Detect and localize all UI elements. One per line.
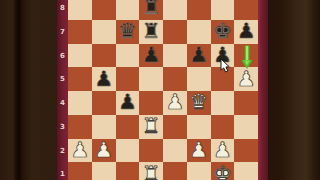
square-a5[interactable] [68,67,92,91]
square-e1[interactable] [163,162,187,180]
square-h4[interactable] [234,91,258,115]
square-h3[interactable] [234,115,258,139]
square-e5[interactable] [163,67,187,91]
square-c7[interactable]: ♛ [116,20,140,44]
square-d5[interactable] [139,67,163,91]
square-h5[interactable]: ♟ [234,67,258,91]
square-b4[interactable] [92,91,116,115]
square-g7[interactable]: ♚ [211,20,235,44]
square-h7[interactable]: ♟ [234,20,258,44]
square-c6[interactable] [116,44,140,68]
rank-label-5: 5 [57,74,68,84]
square-e6[interactable] [163,44,187,68]
black-rook-d8[interactable]: ♜ [142,0,161,18]
square-g4[interactable] [211,91,235,115]
black-king-g7[interactable]: ♚ [213,21,232,42]
black-pawn-b5[interactable]: ♟ [94,68,113,89]
chess-app-window: 87654321 ♜♛♜♚♟♟♟♟♟♟♟♟♛♜♟♟♟♟♜♚ [0,0,320,180]
rank-label-2: 2 [57,146,68,156]
square-d7[interactable]: ♜ [139,20,163,44]
rank-label-7: 7 [57,27,68,37]
square-c5[interactable] [116,67,140,91]
square-d8[interactable]: ♜ [139,0,163,20]
square-a2[interactable]: ♟ [68,139,92,163]
square-f3[interactable] [187,115,211,139]
square-e8[interactable] [163,0,187,20]
square-c1[interactable] [116,162,140,180]
white-pawn-f2[interactable]: ♟ [189,139,208,160]
square-h8[interactable] [234,0,258,20]
black-pawn-c4[interactable]: ♟ [118,92,137,113]
square-b1[interactable] [92,162,116,180]
square-f6[interactable]: ♟ [187,44,211,68]
square-b8[interactable] [92,0,116,20]
square-c3[interactable] [116,115,140,139]
black-pawn-h7[interactable]: ♟ [237,21,256,42]
square-c2[interactable] [116,139,140,163]
square-a1[interactable] [68,162,92,180]
square-d4[interactable] [139,91,163,115]
black-rook-d7[interactable]: ♜ [142,21,161,42]
square-b5[interactable]: ♟ [92,67,116,91]
square-h1[interactable] [234,162,258,180]
rank-label-strip: 87654321 [57,0,68,180]
square-d3[interactable]: ♜ [139,115,163,139]
square-a8[interactable] [68,0,92,20]
square-a4[interactable] [68,91,92,115]
white-queen-f4[interactable]: ♛ [189,92,208,113]
black-pawn-d6[interactable]: ♟ [142,44,161,65]
square-g2[interactable]: ♟ [211,139,235,163]
square-b3[interactable] [92,115,116,139]
white-rook-d3[interactable]: ♜ [142,116,161,137]
square-f5[interactable] [187,67,211,91]
square-c4[interactable]: ♟ [116,91,140,115]
square-e7[interactable] [163,20,187,44]
square-g1[interactable]: ♚ [211,162,235,180]
white-pawn-b2[interactable]: ♟ [94,139,113,160]
square-c8[interactable] [116,0,140,20]
square-a7[interactable] [68,20,92,44]
black-queen-c7[interactable]: ♛ [118,21,137,42]
black-pawn-g6[interactable]: ♟ [213,44,232,65]
square-g6[interactable]: ♟ [211,44,235,68]
rank-label-4: 4 [57,98,68,108]
rank-label-6: 6 [57,51,68,61]
square-f4[interactable]: ♛ [187,91,211,115]
square-e2[interactable] [163,139,187,163]
white-king-g1[interactable]: ♚ [213,163,232,180]
square-g8[interactable] [211,0,235,20]
square-f2[interactable]: ♟ [187,139,211,163]
white-pawn-h5[interactable]: ♟ [237,68,256,89]
square-b2[interactable]: ♟ [92,139,116,163]
white-pawn-a2[interactable]: ♟ [70,139,89,160]
square-h6[interactable] [234,44,258,68]
rank-label-1: 1 [57,169,68,179]
rank-label-3: 3 [57,122,68,132]
square-a6[interactable] [68,44,92,68]
square-h2[interactable] [234,139,258,163]
square-e3[interactable] [163,115,187,139]
white-pawn-g2[interactable]: ♟ [213,139,232,160]
square-f7[interactable] [187,20,211,44]
square-f8[interactable] [187,0,211,20]
chess-board[interactable]: ♜♛♜♚♟♟♟♟♟♟♟♟♛♜♟♟♟♟♜♚ [68,0,258,180]
square-g3[interactable] [211,115,235,139]
black-pawn-f6[interactable]: ♟ [189,44,208,65]
square-e4[interactable]: ♟ [163,91,187,115]
square-g5[interactable] [211,67,235,91]
wood-background-right [268,0,320,180]
white-rook-d1[interactable]: ♜ [142,163,161,180]
square-d2[interactable] [139,139,163,163]
square-b6[interactable] [92,44,116,68]
rank-label-8: 8 [57,3,68,13]
square-f1[interactable] [187,162,211,180]
square-a3[interactable] [68,115,92,139]
wood-background-left [0,0,57,180]
white-pawn-e4[interactable]: ♟ [165,92,184,113]
square-d6[interactable]: ♟ [139,44,163,68]
square-d1[interactable]: ♜ [139,162,163,180]
board-frame-right [258,0,268,180]
square-b7[interactable] [92,20,116,44]
